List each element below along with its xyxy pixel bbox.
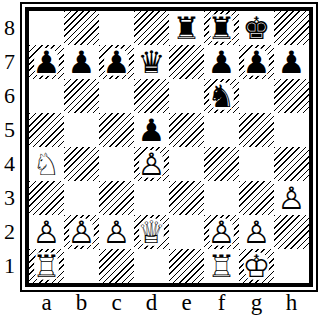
square-f6: ♞ <box>204 79 239 113</box>
white-pawn: ♙ <box>64 215 99 249</box>
white-pawn: ♙ <box>29 215 64 249</box>
square-f8: ♜ <box>204 11 239 45</box>
board-inner-border: ♜♜♚♟♟♟♛♟♟♟♞♟♘♙♙♙♙♙♕♙♙♖♖♔ <box>25 7 313 287</box>
square-b7: ♟ <box>64 45 99 79</box>
square-c1 <box>99 249 134 283</box>
square-f5 <box>204 113 239 147</box>
square-c3 <box>99 181 134 215</box>
square-f7: ♟ <box>204 45 239 79</box>
white-pawn: ♙ <box>134 147 169 181</box>
square-g4 <box>239 147 274 181</box>
rank-label-2: 2 <box>0 215 19 249</box>
black-pawn: ♟ <box>239 45 274 79</box>
square-f2: ♙ <box>204 215 239 249</box>
rank-label-4: 4 <box>0 147 19 181</box>
square-d1 <box>134 249 169 283</box>
square-b2: ♙ <box>64 215 99 249</box>
white-knight: ♘ <box>29 147 64 181</box>
square-g7: ♟ <box>239 45 274 79</box>
square-b5 <box>64 113 99 147</box>
square-d2: ♕ <box>134 215 169 249</box>
rank-labels: 87654321 <box>0 11 19 283</box>
white-queen: ♕ <box>134 215 169 249</box>
square-e1 <box>169 249 204 283</box>
square-e5 <box>169 113 204 147</box>
square-e7 <box>169 45 204 79</box>
white-rook: ♖ <box>204 249 239 283</box>
square-e6 <box>169 79 204 113</box>
white-pawn: ♙ <box>99 215 134 249</box>
file-label-c: c <box>99 290 134 316</box>
white-rook: ♖ <box>29 249 64 283</box>
black-knight: ♞ <box>204 79 239 113</box>
square-c7: ♟ <box>99 45 134 79</box>
square-g1: ♔ <box>239 249 274 283</box>
square-h5 <box>274 113 309 147</box>
file-labels: abcdefgh <box>29 290 309 316</box>
white-pawn: ♙ <box>239 215 274 249</box>
file-label-h: h <box>274 290 309 316</box>
white-pawn: ♙ <box>204 215 239 249</box>
chess-board: ♜♜♚♟♟♟♛♟♟♟♞♟♘♙♙♙♙♙♕♙♙♖♖♔ <box>29 11 309 283</box>
square-h7: ♟ <box>274 45 309 79</box>
square-b1 <box>64 249 99 283</box>
black-queen: ♛ <box>134 45 169 79</box>
board-frame: ♜♜♚♟♟♟♛♟♟♟♞♟♘♙♙♙♙♙♕♙♙♖♖♔ <box>20 2 318 292</box>
square-g6 <box>239 79 274 113</box>
rank-label-1: 1 <box>0 249 19 283</box>
square-h1 <box>274 249 309 283</box>
square-e2 <box>169 215 204 249</box>
square-a1: ♖ <box>29 249 64 283</box>
square-h2 <box>274 215 309 249</box>
square-a3 <box>29 181 64 215</box>
black-pawn: ♟ <box>134 113 169 147</box>
file-label-g: g <box>239 290 274 316</box>
square-g5 <box>239 113 274 147</box>
square-c2: ♙ <box>99 215 134 249</box>
square-f4 <box>204 147 239 181</box>
rank-label-6: 6 <box>0 79 19 113</box>
black-king: ♚ <box>239 11 274 45</box>
square-a5 <box>29 113 64 147</box>
square-h8 <box>274 11 309 45</box>
square-h6 <box>274 79 309 113</box>
black-rook: ♜ <box>204 11 239 45</box>
square-b8 <box>64 11 99 45</box>
square-e8: ♜ <box>169 11 204 45</box>
square-g2: ♙ <box>239 215 274 249</box>
file-label-a: a <box>29 290 64 316</box>
square-c8 <box>99 11 134 45</box>
white-king: ♔ <box>239 249 274 283</box>
rank-label-3: 3 <box>0 181 19 215</box>
square-b6 <box>64 79 99 113</box>
square-d4: ♙ <box>134 147 169 181</box>
file-label-b: b <box>64 290 99 316</box>
black-pawn: ♟ <box>274 45 309 79</box>
black-pawn: ♟ <box>29 45 64 79</box>
square-a8 <box>29 11 64 45</box>
square-d8 <box>134 11 169 45</box>
rank-label-8: 8 <box>0 11 19 45</box>
square-g8: ♚ <box>239 11 274 45</box>
square-f3 <box>204 181 239 215</box>
rank-label-7: 7 <box>0 45 19 79</box>
square-e4 <box>169 147 204 181</box>
chess-diagram: 87654321 ♜♜♚♟♟♟♛♟♟♟♞♟♘♙♙♙♙♙♕♙♙♖♖♔ abcdef… <box>0 0 318 319</box>
square-f1: ♖ <box>204 249 239 283</box>
square-c6 <box>99 79 134 113</box>
square-h4 <box>274 147 309 181</box>
black-pawn: ♟ <box>99 45 134 79</box>
square-d3 <box>134 181 169 215</box>
square-d7: ♛ <box>134 45 169 79</box>
white-pawn: ♙ <box>274 181 309 215</box>
square-d5: ♟ <box>134 113 169 147</box>
square-e3 <box>169 181 204 215</box>
black-rook: ♜ <box>169 11 204 45</box>
square-a7: ♟ <box>29 45 64 79</box>
square-a6 <box>29 79 64 113</box>
black-pawn: ♟ <box>204 45 239 79</box>
black-pawn: ♟ <box>64 45 99 79</box>
square-a4: ♘ <box>29 147 64 181</box>
square-a2: ♙ <box>29 215 64 249</box>
square-h3: ♙ <box>274 181 309 215</box>
square-b3 <box>64 181 99 215</box>
square-g3 <box>239 181 274 215</box>
file-label-f: f <box>204 290 239 316</box>
rank-label-5: 5 <box>0 113 19 147</box>
square-d6 <box>134 79 169 113</box>
square-c5 <box>99 113 134 147</box>
file-label-e: e <box>169 290 204 316</box>
square-c4 <box>99 147 134 181</box>
file-label-d: d <box>134 290 169 316</box>
square-b4 <box>64 147 99 181</box>
